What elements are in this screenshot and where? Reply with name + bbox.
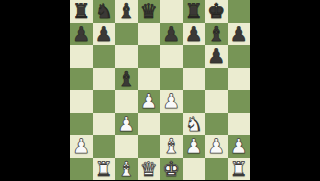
- square-b6[interactable]: [93, 45, 116, 68]
- square-a1[interactable]: [70, 158, 93, 181]
- piece-white-pawn: ♟: [162, 91, 180, 111]
- square-b3[interactable]: [93, 113, 116, 136]
- square-a3[interactable]: [70, 113, 93, 136]
- square-h2[interactable]: ♟: [228, 135, 251, 158]
- square-f8[interactable]: ♜: [183, 0, 206, 23]
- square-h7[interactable]: ♟: [228, 23, 251, 46]
- square-b7[interactable]: ♟: [93, 23, 116, 46]
- piece-black-pawn: ♟: [230, 23, 248, 43]
- piece-white-rook: ♜: [95, 158, 113, 178]
- piece-black-knight: ♞: [95, 1, 113, 21]
- piece-white-bishop: ♝: [117, 158, 135, 178]
- square-f5[interactable]: [183, 68, 206, 91]
- square-f1[interactable]: [183, 158, 206, 181]
- square-a8[interactable]: ♜: [70, 0, 93, 23]
- square-g5[interactable]: [205, 68, 228, 91]
- square-c4[interactable]: [115, 90, 138, 113]
- square-d5[interactable]: [138, 68, 161, 91]
- chessboard: ♜♞♝♛♜♚♟♟♟♟♝♟♟♝♟♟♟♞♟♝♟♟♟♜♝♛♚♜: [70, 0, 250, 180]
- square-g1[interactable]: [205, 158, 228, 181]
- square-h5[interactable]: [228, 68, 251, 91]
- left-letterbox-bar: [0, 0, 70, 180]
- square-b4[interactable]: [93, 90, 116, 113]
- square-f4[interactable]: [183, 90, 206, 113]
- square-a4[interactable]: [70, 90, 93, 113]
- square-h3[interactable]: [228, 113, 251, 136]
- square-a2[interactable]: ♟: [70, 135, 93, 158]
- piece-black-pawn: ♟: [162, 23, 180, 43]
- square-c7[interactable]: [115, 23, 138, 46]
- square-c6[interactable]: [115, 45, 138, 68]
- square-g6[interactable]: ♟: [205, 45, 228, 68]
- square-g8[interactable]: ♚: [205, 0, 228, 23]
- square-f7[interactable]: ♟: [183, 23, 206, 46]
- piece-black-rook: ♜: [185, 1, 203, 21]
- square-e7[interactable]: ♟: [160, 23, 183, 46]
- square-c5[interactable]: ♝: [115, 68, 138, 91]
- square-d8[interactable]: ♛: [138, 0, 161, 23]
- piece-black-king: ♚: [207, 1, 225, 21]
- square-d2[interactable]: [138, 135, 161, 158]
- square-b2[interactable]: [93, 135, 116, 158]
- square-a7[interactable]: ♟: [70, 23, 93, 46]
- square-h8[interactable]: [228, 0, 251, 23]
- square-c8[interactable]: ♝: [115, 0, 138, 23]
- square-c1[interactable]: ♝: [115, 158, 138, 181]
- piece-black-pawn: ♟: [185, 23, 203, 43]
- piece-black-rook: ♜: [72, 1, 90, 21]
- square-h1[interactable]: ♜: [228, 158, 251, 181]
- square-b1[interactable]: ♜: [93, 158, 116, 181]
- square-e5[interactable]: [160, 68, 183, 91]
- square-c3[interactable]: ♟: [115, 113, 138, 136]
- square-a5[interactable]: [70, 68, 93, 91]
- app-background: ♜♞♝♛♜♚♟♟♟♟♝♟♟♝♟♟♟♞♟♝♟♟♟♜♝♛♚♜: [0, 0, 320, 180]
- piece-white-pawn: ♟: [117, 113, 135, 133]
- square-f2[interactable]: ♟: [183, 135, 206, 158]
- piece-white-knight: ♞: [185, 113, 203, 133]
- piece-black-queen: ♛: [140, 1, 158, 21]
- square-a6[interactable]: [70, 45, 93, 68]
- piece-black-bishop: ♝: [117, 1, 135, 21]
- square-b8[interactable]: ♞: [93, 0, 116, 23]
- square-g2[interactable]: ♟: [205, 135, 228, 158]
- piece-white-king: ♚: [162, 158, 180, 178]
- piece-white-pawn: ♟: [230, 136, 248, 156]
- piece-black-bishop: ♝: [117, 68, 135, 88]
- square-e4[interactable]: ♟: [160, 90, 183, 113]
- square-g3[interactable]: [205, 113, 228, 136]
- square-g4[interactable]: [205, 90, 228, 113]
- square-d4[interactable]: ♟: [138, 90, 161, 113]
- piece-black-pawn: ♟: [72, 23, 90, 43]
- piece-white-queen: ♛: [140, 158, 158, 178]
- piece-black-bishop: ♝: [207, 23, 225, 43]
- square-h6[interactable]: [228, 45, 251, 68]
- piece-white-pawn: ♟: [140, 91, 158, 111]
- square-e3[interactable]: [160, 113, 183, 136]
- square-g7[interactable]: ♝: [205, 23, 228, 46]
- piece-white-pawn: ♟: [185, 136, 203, 156]
- square-e1[interactable]: ♚: [160, 158, 183, 181]
- piece-white-bishop: ♝: [162, 136, 180, 156]
- square-f3[interactable]: ♞: [183, 113, 206, 136]
- piece-black-pawn: ♟: [95, 23, 113, 43]
- square-h4[interactable]: [228, 90, 251, 113]
- right-letterbox-bar: [250, 0, 320, 180]
- square-d7[interactable]: [138, 23, 161, 46]
- square-f6[interactable]: [183, 45, 206, 68]
- square-e8[interactable]: [160, 0, 183, 23]
- square-d1[interactable]: ♛: [138, 158, 161, 181]
- piece-white-pawn: ♟: [207, 136, 225, 156]
- square-d3[interactable]: [138, 113, 161, 136]
- square-b5[interactable]: [93, 68, 116, 91]
- piece-white-rook: ♜: [230, 158, 248, 178]
- square-d6[interactable]: [138, 45, 161, 68]
- square-c2[interactable]: [115, 135, 138, 158]
- piece-black-pawn: ♟: [207, 46, 225, 66]
- square-e2[interactable]: ♝: [160, 135, 183, 158]
- square-e6[interactable]: [160, 45, 183, 68]
- piece-white-pawn: ♟: [72, 136, 90, 156]
